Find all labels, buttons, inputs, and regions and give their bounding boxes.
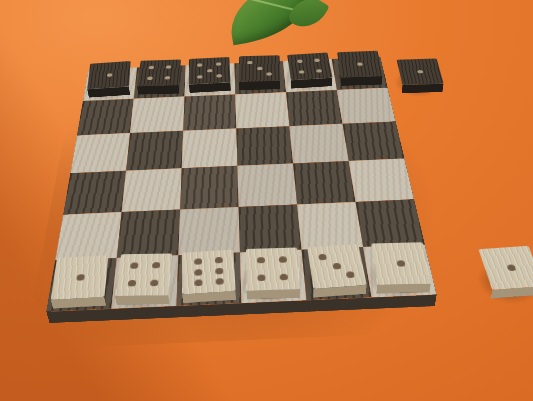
dark-die-5[interactable] xyxy=(287,52,332,80)
die-pip xyxy=(206,68,212,72)
board-square[interactable] xyxy=(180,165,238,209)
board-square[interactable] xyxy=(293,160,355,203)
die-pip xyxy=(356,62,362,66)
die-pip xyxy=(296,59,302,63)
die-pip xyxy=(166,65,172,68)
dark-die-1[interactable] xyxy=(87,61,130,89)
board-square[interactable] xyxy=(116,209,179,257)
board-square[interactable] xyxy=(238,204,301,252)
board-scene xyxy=(0,0,533,401)
table-plane xyxy=(0,0,533,401)
die-pip xyxy=(150,279,159,286)
board-square[interactable] xyxy=(297,201,363,249)
board-square[interactable] xyxy=(289,123,348,163)
die-pip xyxy=(331,262,340,269)
die-pip xyxy=(193,257,201,264)
spare-dark-die[interactable] xyxy=(396,58,443,85)
dark-die-4[interactable] xyxy=(238,55,280,81)
dark-die-3[interactable] xyxy=(188,56,230,84)
die-pip xyxy=(126,280,135,287)
die-pip xyxy=(246,60,251,63)
die-pip xyxy=(345,271,354,278)
light-die-6[interactable] xyxy=(371,242,431,285)
die-pip xyxy=(256,274,264,281)
die-pip xyxy=(279,255,287,262)
die-pip xyxy=(146,76,152,80)
die-pip xyxy=(317,253,326,260)
board-square[interactable] xyxy=(63,170,126,214)
die-pip xyxy=(298,70,304,74)
board-square[interactable] xyxy=(183,94,236,130)
board-square[interactable] xyxy=(77,98,134,135)
die-pip xyxy=(314,58,320,62)
die-pip xyxy=(256,256,264,263)
die-pip xyxy=(75,273,84,280)
die-pip xyxy=(193,268,201,275)
die-pip xyxy=(152,261,161,268)
die-pip xyxy=(215,62,221,66)
die-pip xyxy=(148,65,154,68)
die-pip xyxy=(214,278,222,285)
die-pip xyxy=(416,69,422,73)
board-square[interactable] xyxy=(121,168,181,212)
die-pip xyxy=(395,259,404,266)
board-square[interactable] xyxy=(70,133,130,173)
die-pip xyxy=(505,263,515,270)
die-pip xyxy=(129,262,138,269)
die-pip xyxy=(316,69,322,73)
die-pip xyxy=(256,66,261,70)
board-square[interactable] xyxy=(181,128,237,168)
die-pip xyxy=(266,72,272,76)
board-square[interactable] xyxy=(336,87,395,123)
board-square[interactable] xyxy=(286,90,342,126)
die-pip xyxy=(197,63,202,67)
board-square[interactable] xyxy=(355,199,424,247)
die-pip xyxy=(106,73,112,77)
board-square[interactable] xyxy=(237,163,297,207)
light-die-5[interactable] xyxy=(307,243,367,288)
die-pip xyxy=(279,274,288,281)
dark-die-6[interactable] xyxy=(337,50,382,77)
light-die-1[interactable] xyxy=(50,255,108,300)
dark-die-2[interactable] xyxy=(137,59,181,86)
light-die-3[interactable] xyxy=(181,249,235,294)
board-square[interactable] xyxy=(342,121,404,160)
board-square[interactable] xyxy=(178,206,240,254)
board-square[interactable] xyxy=(235,92,289,128)
die-pip xyxy=(214,256,222,263)
die-pip xyxy=(214,267,222,274)
light-die-2[interactable] xyxy=(114,253,171,296)
die-pip xyxy=(197,75,203,79)
board-square[interactable] xyxy=(348,158,413,201)
board-square[interactable] xyxy=(126,130,183,170)
board-square[interactable] xyxy=(55,212,122,260)
light-die-4[interactable] xyxy=(245,247,299,290)
die-pip xyxy=(164,76,170,80)
die-pip xyxy=(216,74,222,78)
board-square[interactable] xyxy=(236,126,293,166)
board-square[interactable] xyxy=(130,96,184,132)
die-pip xyxy=(193,279,201,286)
